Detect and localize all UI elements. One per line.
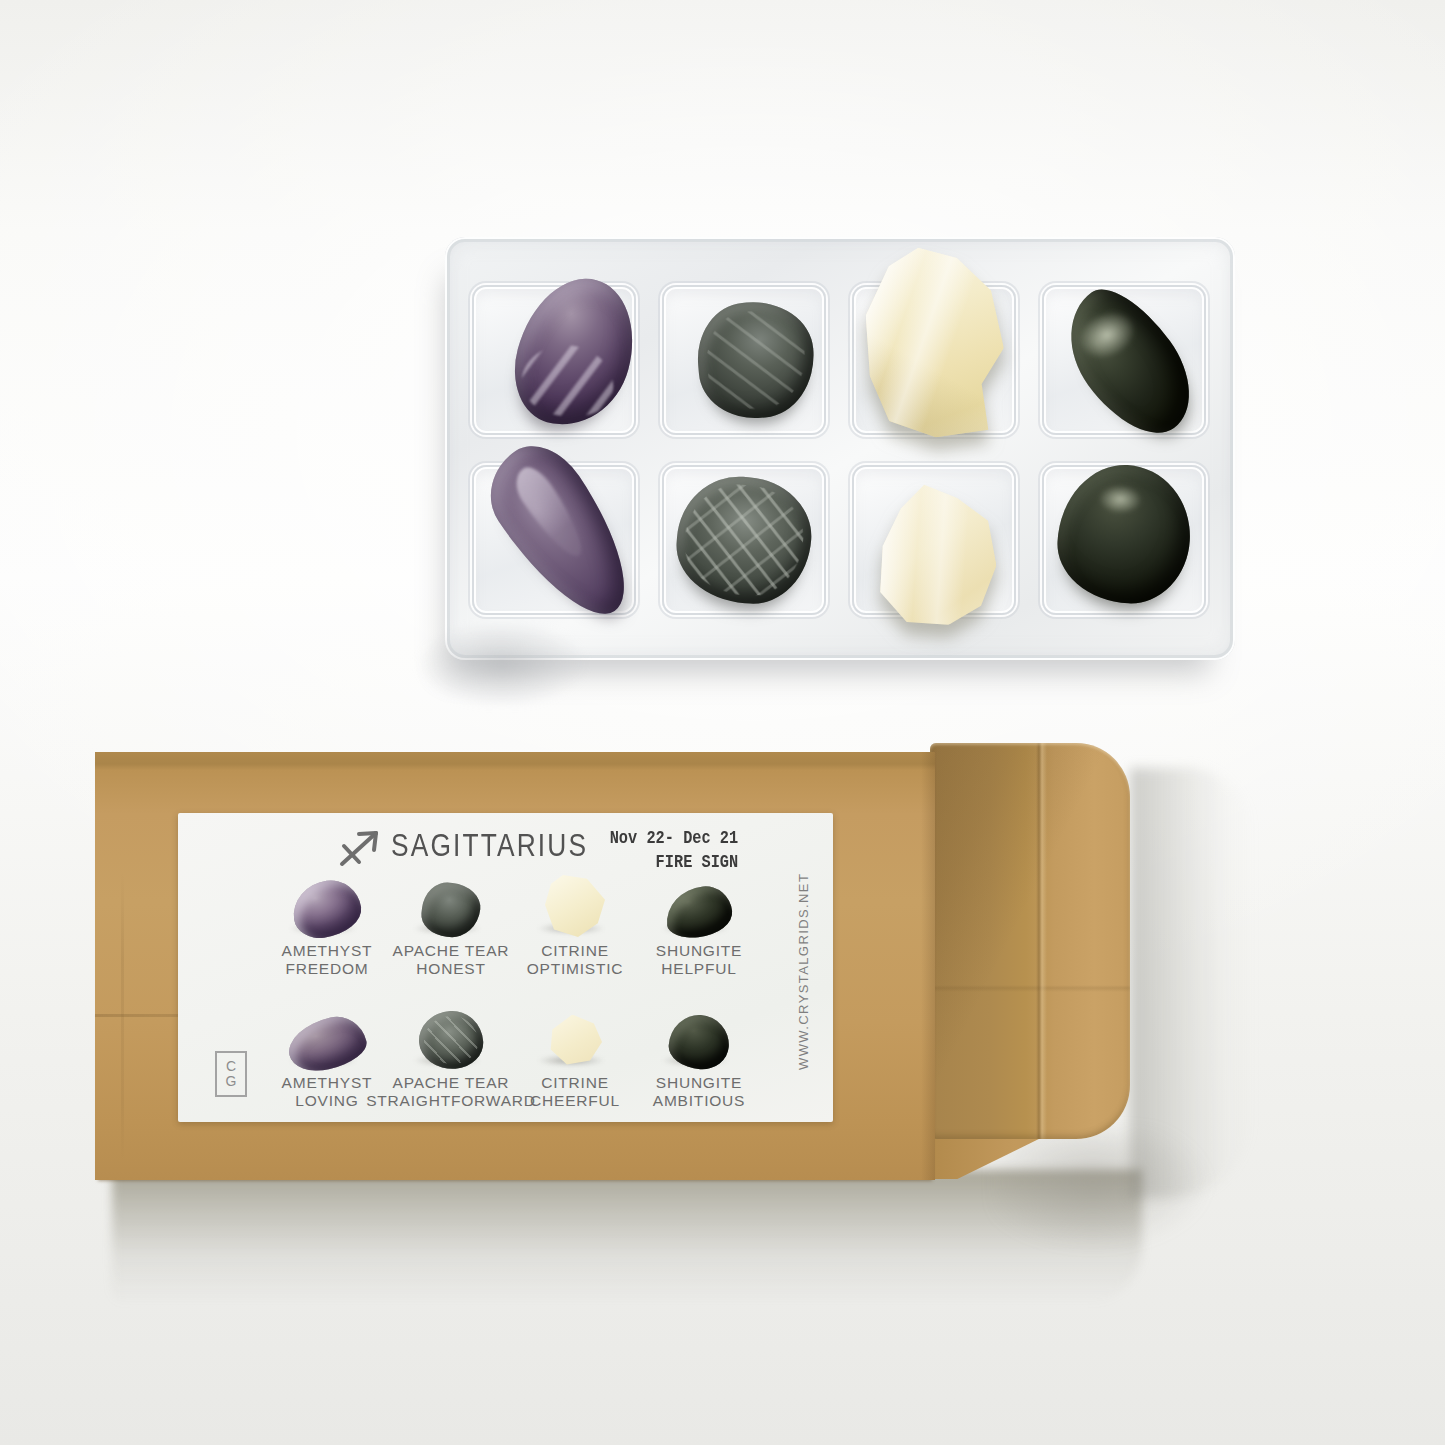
stone-trait: AMBITIOUS [653,1092,745,1110]
tray-compartment [1042,285,1206,435]
tray-stone-apache-tear-1 [693,297,819,423]
label-stone-shungite-1 [664,884,735,941]
cg-logo-g: G [226,1074,237,1089]
crystal-tray [445,237,1235,660]
label-stone-citrine-1 [545,875,605,937]
label-stone-entry: SHUNGITE HELPFUL [637,863,761,979]
tray-compartment [852,465,1016,615]
tray-stone-shungite-1 [1045,272,1212,454]
product-photo-scene: SAGITTARIUS Nov 22- Dec 21 FIRE SIGN AME… [0,0,1445,1445]
stone-trait: STRAIGHTFORWARD [366,1092,536,1110]
tray-stone-apache-tear-2 [673,472,815,607]
label-stone-amethyst-1 [289,877,364,942]
label-stone-entry: CITRINE OPTIMISTIC [513,863,637,979]
tray-compartment [472,465,636,615]
tray-stone-shungite-2 [1054,462,1193,607]
tray-compartment [662,465,826,615]
label-stone-shungite-2 [667,1013,731,1071]
box-label: SAGITTARIUS Nov 22- Dec 21 FIRE SIGN AME… [178,813,833,1122]
box-shadow [112,1170,1142,1305]
stone-name: CITRINE [530,1074,620,1092]
cg-logo: C G [215,1051,247,1097]
stone-name: SHUNGITE [653,1074,745,1092]
label-stone-amethyst-2 [283,1010,370,1076]
stone-trait: HONEST [393,960,510,978]
stone-name: APACHE TEAR [393,942,510,960]
label-stone-citrine-2 [548,1015,602,1065]
kraft-box: SAGITTARIUS Nov 22- Dec 21 FIRE SIGN AME… [95,752,935,1180]
tray-grid [472,285,1208,615]
label-stone-apache-tear-2 [417,1008,485,1070]
label-stone-entry: APACHE TEAR STRAIGHTFORWARD [389,995,513,1111]
tray-stone-citrine-1 [864,283,1004,437]
label-stone-grid: AMETHYST FREEDOM APACHE TEAR HONEST CITR… [265,863,761,1110]
stone-trait: HELPFUL [656,960,743,978]
tray-compartment [662,285,826,435]
tray-stone-citrine-2 [873,454,995,626]
stone-trait: OPTIMISTIC [527,960,624,978]
stone-trait: CHEERFUL [530,1092,620,1110]
label-title: SAGITTARIUS [391,828,588,864]
tray-compartment [472,285,636,435]
cg-logo-c: C [226,1059,236,1074]
stone-trait: FREEDOM [282,960,373,978]
stone-name: AMETHYST [282,942,373,960]
box-lid-flap [930,743,1130,1139]
label-stone-entry: AMETHYST FREEDOM [265,863,389,979]
stone-name: APACHE TEAR [366,1074,536,1092]
box-crease [121,872,124,1162]
stone-name: CITRINE [527,942,624,960]
tray-compartment [1042,465,1206,615]
tray-stone-amethyst-2 [471,429,652,636]
stone-name: SHUNGITE [656,942,743,960]
label-date-range: Nov 22- Dec 21 [609,827,738,851]
label-stone-entry: APACHE TEAR HONEST [389,863,513,979]
tray-compartment [852,285,1016,435]
stone-name: AMETHYST [282,1074,373,1092]
sagittarius-symbol-icon [336,826,384,868]
label-stone-apache-tear-1 [419,880,482,940]
tray-stone-amethyst-1 [501,265,648,439]
tray-shadow [412,626,612,721]
flap-bottom-shadow [995,1130,1275,1305]
stone-trait: LOVING [282,1092,373,1110]
label-stone-entry: SHUNGITE AMBITIOUS [637,995,761,1111]
label-stone-entry: CITRINE CHEERFUL [513,995,637,1111]
label-website: WWW.CRYSTALGRIDS.NET [796,895,811,1070]
